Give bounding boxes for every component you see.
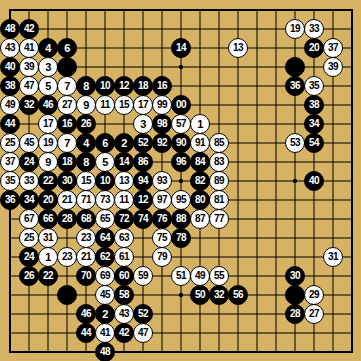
black-stone-move-46[interactable]: 46 <box>38 95 58 115</box>
black-stone-move-40[interactable]: 40 <box>0 57 20 77</box>
white-stone-move-41[interactable]: 41 <box>95 323 115 343</box>
white-stone-move-23[interactable]: 23 <box>57 247 77 267</box>
black-stone-move-52[interactable]: 52 <box>133 304 153 324</box>
black-stone-move-30[interactable]: 30 <box>285 266 305 286</box>
black-stone-move-76[interactable]: 76 <box>152 209 172 229</box>
white-stone-move-89[interactable]: 89 <box>209 171 229 191</box>
black-stone-move-6[interactable]: 6 <box>95 133 115 153</box>
white-stone-move-17[interactable]: 17 <box>133 95 153 115</box>
black-stone-handicap[interactable] <box>57 285 77 305</box>
white-stone-move-79[interactable]: 79 <box>152 247 172 267</box>
black-stone-move-2[interactable]: 2 <box>95 304 115 324</box>
black-stone-move-30[interactable]: 30 <box>57 171 77 191</box>
go-board[interactable]: 4842193343414614132037403933938475781012… <box>0 0 361 361</box>
white-stone-move-83[interactable]: 83 <box>209 152 229 172</box>
white-stone-move-27[interactable]: 27 <box>57 95 77 115</box>
white-stone-move-19[interactable]: 19 <box>38 133 58 153</box>
black-stone-move-54[interactable]: 54 <box>304 133 324 153</box>
white-stone-move-35[interactable]: 35 <box>0 171 20 191</box>
black-stone-move-80[interactable]: 80 <box>190 190 210 210</box>
black-stone-move-18[interactable]: 18 <box>57 152 77 172</box>
white-stone-move-9[interactable]: 9 <box>38 152 58 172</box>
black-stone-move-8[interactable]: 8 <box>76 152 96 172</box>
black-stone-move-36[interactable]: 36 <box>285 76 305 96</box>
white-stone-move-51[interactable]: 51 <box>171 266 191 286</box>
black-stone-move-46[interactable]: 46 <box>76 304 96 324</box>
white-stone-move-57[interactable]: 57 <box>171 114 191 134</box>
white-stone-move-69[interactable]: 69 <box>95 266 115 286</box>
black-stone-move-32[interactable]: 32 <box>209 285 229 305</box>
white-stone-move-31[interactable]: 31 <box>323 247 343 267</box>
white-stone-move-87[interactable]: 87 <box>190 209 210 229</box>
black-stone-move-28[interactable]: 28 <box>285 304 305 324</box>
white-stone-move-5[interactable]: 5 <box>95 152 115 172</box>
white-stone-move-25[interactable]: 25 <box>19 228 39 248</box>
white-stone-move-75[interactable]: 75 <box>152 228 172 248</box>
black-stone-move-38[interactable]: 38 <box>0 76 20 96</box>
white-stone-move-25[interactable]: 25 <box>0 133 20 153</box>
white-stone-move-45[interactable]: 45 <box>19 133 39 153</box>
white-stone-move-81[interactable]: 81 <box>209 190 229 210</box>
white-stone-move-63[interactable]: 63 <box>114 228 134 248</box>
black-stone-move-32[interactable]: 32 <box>19 95 39 115</box>
black-stone-move-42[interactable]: 42 <box>19 19 39 39</box>
white-stone-move-35[interactable]: 35 <box>304 76 324 96</box>
black-stone-move-70[interactable]: 70 <box>76 266 96 286</box>
black-stone-handicap[interactable] <box>57 57 77 77</box>
white-stone-move-15[interactable]: 15 <box>114 95 134 115</box>
white-stone-move-1[interactable]: 1 <box>38 247 58 267</box>
black-stone-move-16[interactable]: 16 <box>152 76 172 96</box>
black-stone-move-44[interactable]: 44 <box>76 323 96 343</box>
white-stone-move-37[interactable]: 37 <box>323 38 343 58</box>
black-stone-move-52[interactable]: 52 <box>133 133 153 153</box>
black-stone-move-82[interactable]: 82 <box>190 171 210 191</box>
white-stone-move-5[interactable]: 5 <box>38 76 58 96</box>
black-stone-move-6[interactable]: 6 <box>57 38 77 58</box>
black-stone-move-92[interactable]: 92 <box>152 133 172 153</box>
black-stone-move-22[interactable]: 22 <box>38 266 58 286</box>
white-stone-move-23[interactable]: 23 <box>76 228 96 248</box>
white-stone-move-1[interactable]: 1 <box>190 114 210 134</box>
black-stone-move-34[interactable]: 34 <box>304 114 324 134</box>
white-stone-move-43[interactable]: 43 <box>114 304 134 324</box>
black-stone-move-90[interactable]: 90 <box>171 133 191 153</box>
white-stone-move-13[interactable]: 13 <box>114 171 134 191</box>
black-stone-move-56[interactable]: 56 <box>228 285 248 305</box>
white-stone-move-17[interactable]: 17 <box>38 114 58 134</box>
black-stone-move-62[interactable]: 62 <box>95 247 115 267</box>
white-stone-move-59[interactable]: 59 <box>133 266 153 286</box>
black-stone-move-14[interactable]: 14 <box>171 38 191 58</box>
black-stone-move-14[interactable]: 14 <box>114 152 134 172</box>
white-stone-move-27[interactable]: 27 <box>304 304 324 324</box>
white-stone-move-49[interactable]: 49 <box>190 266 210 286</box>
white-stone-move-21[interactable]: 21 <box>57 190 77 210</box>
white-stone-move-39[interactable]: 39 <box>323 57 343 77</box>
black-stone-move-36[interactable]: 36 <box>0 190 20 210</box>
white-stone-move-21[interactable]: 21 <box>76 247 96 267</box>
white-stone-move-53[interactable]: 53 <box>285 133 305 153</box>
black-stone-move-16[interactable]: 16 <box>57 114 77 134</box>
white-stone-move-9[interactable]: 9 <box>76 95 96 115</box>
white-stone-move-65[interactable]: 65 <box>95 209 115 229</box>
white-stone-move-77[interactable]: 77 <box>209 209 229 229</box>
black-stone-move-44[interactable]: 44 <box>0 114 20 134</box>
black-stone-move-96[interactable]: 96 <box>171 152 191 172</box>
white-stone-move-7[interactable]: 7 <box>57 76 77 96</box>
white-stone-move-19[interactable]: 19 <box>285 19 305 39</box>
black-stone-move-72[interactable]: 72 <box>114 209 134 229</box>
white-stone-move-33[interactable]: 33 <box>19 171 39 191</box>
black-stone-move-20[interactable]: 20 <box>304 38 324 58</box>
black-stone-move-8[interactable]: 8 <box>76 76 96 96</box>
black-stone-move-88[interactable]: 88 <box>171 209 191 229</box>
black-stone-move-66[interactable]: 66 <box>38 209 58 229</box>
white-stone-move-93[interactable]: 93 <box>152 171 172 191</box>
white-stone-move-31[interactable]: 31 <box>38 228 58 248</box>
black-stone-move-26[interactable]: 26 <box>19 266 39 286</box>
white-stone-move-91[interactable]: 91 <box>190 133 210 153</box>
white-stone-move-47[interactable]: 47 <box>133 323 153 343</box>
white-stone-move-3[interactable]: 3 <box>38 57 58 77</box>
black-stone-move-24[interactable]: 24 <box>19 152 39 172</box>
black-stone-move-64[interactable]: 64 <box>95 228 115 248</box>
white-stone-move-47[interactable]: 47 <box>19 76 39 96</box>
black-stone-move-94[interactable]: 94 <box>133 171 153 191</box>
black-stone-move-48[interactable]: 48 <box>0 19 20 39</box>
white-stone-move-11[interactable]: 11 <box>95 95 115 115</box>
white-stone-move-61[interactable]: 61 <box>114 247 134 267</box>
black-stone-move-58[interactable]: 58 <box>114 285 134 305</box>
black-stone-move-10[interactable]: 10 <box>95 76 115 96</box>
white-stone-move-85[interactable]: 85 <box>209 133 229 153</box>
black-stone-move-42[interactable]: 42 <box>114 323 134 343</box>
white-stone-move-41[interactable]: 41 <box>19 38 39 58</box>
black-stone-move-28[interactable]: 28 <box>57 209 77 229</box>
black-stone-move-86[interactable]: 86 <box>133 152 153 172</box>
white-stone-move-49[interactable]: 49 <box>0 95 20 115</box>
white-stone-move-43[interactable]: 43 <box>0 38 20 58</box>
black-stone-move-84[interactable]: 84 <box>190 152 210 172</box>
black-stone-move-98[interactable]: 98 <box>152 114 172 134</box>
black-stone-move-18[interactable]: 18 <box>133 76 153 96</box>
black-stone-move-4[interactable]: 4 <box>38 38 58 58</box>
white-stone-move-97[interactable]: 97 <box>152 190 172 210</box>
white-stone-move-67[interactable]: 67 <box>19 209 39 229</box>
black-stone-move-2[interactable]: 2 <box>114 133 134 153</box>
black-stone-handicap[interactable] <box>285 57 305 77</box>
white-stone-move-71[interactable]: 71 <box>76 190 96 210</box>
white-stone-move-7[interactable]: 7 <box>57 133 77 153</box>
white-stone-move-29[interactable]: 29 <box>304 285 324 305</box>
black-stone-move-68[interactable]: 68 <box>76 209 96 229</box>
white-stone-move-3[interactable]: 3 <box>133 114 153 134</box>
black-stone-move-22[interactable]: 22 <box>38 171 58 191</box>
black-stone-move-40[interactable]: 40 <box>304 171 324 191</box>
white-stone-move-15[interactable]: 15 <box>76 171 96 191</box>
black-stone-move-20[interactable]: 20 <box>38 190 58 210</box>
white-stone-move-95[interactable]: 95 <box>171 190 191 210</box>
black-stone-move-34[interactable]: 34 <box>19 190 39 210</box>
black-stone-move-24[interactable]: 24 <box>19 247 39 267</box>
black-stone-move-10[interactable]: 10 <box>95 171 115 191</box>
black-stone-move-4[interactable]: 4 <box>76 133 96 153</box>
white-stone-move-13[interactable]: 13 <box>228 38 248 58</box>
white-stone-move-45[interactable]: 45 <box>95 285 115 305</box>
white-stone-move-99[interactable]: 99 <box>152 95 172 115</box>
black-stone-move-60[interactable]: 60 <box>114 266 134 286</box>
black-stone-move-12[interactable]: 12 <box>133 190 153 210</box>
black-stone-move-38[interactable]: 38 <box>304 95 324 115</box>
white-stone-move-55[interactable]: 55 <box>209 266 229 286</box>
white-stone-move-33[interactable]: 33 <box>304 19 324 39</box>
white-stone-move-11[interactable]: 11 <box>114 190 134 210</box>
black-stone-move-48[interactable]: 48 <box>95 342 115 361</box>
black-stone-handicap[interactable] <box>285 285 305 305</box>
black-stone-move-26[interactable]: 26 <box>76 114 96 134</box>
black-stone-move-12[interactable]: 12 <box>114 76 134 96</box>
black-stone-move-00[interactable]: 00 <box>171 95 191 115</box>
white-stone-move-37[interactable]: 37 <box>0 152 20 172</box>
white-stone-move-39[interactable]: 39 <box>19 57 39 77</box>
white-stone-move-73[interactable]: 73 <box>95 190 115 210</box>
black-stone-move-78[interactable]: 78 <box>171 228 191 248</box>
black-stone-move-50[interactable]: 50 <box>190 285 210 305</box>
black-stone-move-74[interactable]: 74 <box>133 209 153 229</box>
